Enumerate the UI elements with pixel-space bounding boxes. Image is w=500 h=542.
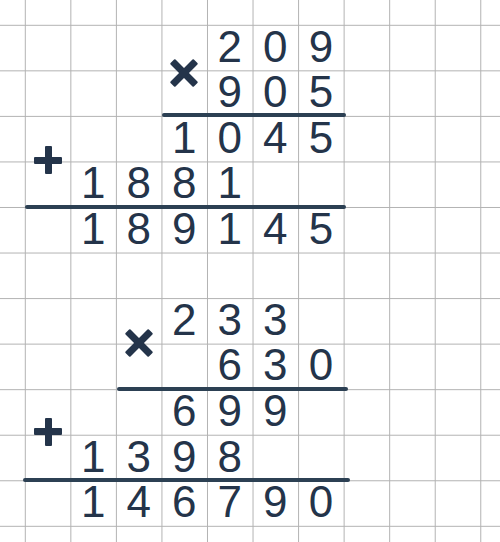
digit-0: 0 [218,116,242,160]
digit-9: 9 [172,435,196,479]
digit-5: 5 [309,70,333,114]
multiply-sign [161,49,208,96]
digit-3: 3 [263,344,287,388]
digit-7: 7 [218,480,242,524]
digit-6: 6 [172,480,196,524]
digit-4: 4 [263,116,287,160]
digit-0: 0 [263,70,287,114]
digit-9: 9 [218,389,242,433]
digit-3: 3 [218,298,242,342]
digit-6: 6 [218,344,242,388]
p2-result-line [23,478,350,482]
digit-3: 3 [263,298,287,342]
digit-6: 6 [172,389,196,433]
squared-graph-paper: 209905104518811891452336306991398146790 [0,0,500,542]
digit-1: 1 [172,116,196,160]
p1-partial-products-line [162,113,346,117]
handwritten-math-layer: 209905104518811891452336306991398146790 [0,0,500,542]
digit-9: 9 [309,25,333,69]
digit-1: 1 [218,207,242,251]
digit-9: 9 [218,70,242,114]
digit-8: 8 [218,435,242,479]
digit-1: 1 [81,435,105,479]
digit-0: 0 [309,480,333,524]
plus-sign [34,146,62,174]
digit-2: 2 [172,298,196,342]
digit-5: 5 [309,116,333,160]
p2-partial-products-line [117,387,347,391]
digit-2: 2 [218,25,242,69]
multiply-sign [115,319,162,366]
digit-1: 1 [218,161,242,205]
digit-9: 9 [172,207,196,251]
digit-0: 0 [309,344,333,388]
digit-4: 4 [126,480,150,524]
plus-sign [34,418,62,446]
digit-4: 4 [263,207,287,251]
digit-1: 1 [81,480,105,524]
digit-8: 8 [126,207,150,251]
digit-1: 1 [81,207,105,251]
digit-0: 0 [263,25,287,69]
digit-8: 8 [172,161,196,205]
p1-result-line [25,205,347,209]
digit-8: 8 [126,161,150,205]
digit-1: 1 [81,161,105,205]
digit-9: 9 [263,389,287,433]
digit-5: 5 [309,207,333,251]
digit-3: 3 [126,435,150,479]
digit-9: 9 [263,480,287,524]
